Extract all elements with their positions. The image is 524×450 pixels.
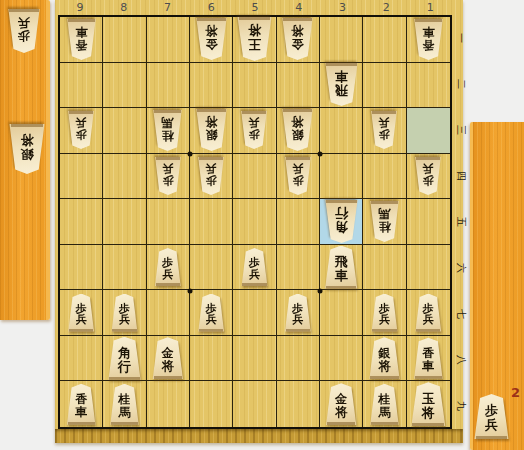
piece-gP[interactable]: 歩兵	[414, 157, 442, 195]
piece-sP[interactable]: 歩兵	[197, 294, 225, 332]
rank-label-cell: 五	[453, 199, 468, 245]
square-53[interactable]: 歩兵	[233, 108, 276, 154]
square-47[interactable]: 歩兵	[277, 290, 320, 336]
square-21[interactable]	[363, 17, 406, 63]
rank-label-cell: 二	[453, 61, 468, 107]
square-11[interactable]: 香車	[407, 17, 450, 63]
rank-label-cell: 六	[453, 245, 468, 291]
square-34[interactable]	[320, 154, 363, 200]
file-label: 5	[233, 0, 277, 15]
file-label: 4	[277, 0, 321, 15]
piece-kanji: 車	[75, 406, 87, 419]
square-18[interactable]: 香車	[407, 336, 450, 382]
piece-kanji: 車	[422, 25, 434, 38]
square-28[interactable]: 銀将	[363, 336, 406, 382]
piece-kanji: 兵	[379, 117, 390, 129]
square-56[interactable]: 歩兵	[233, 245, 276, 291]
piece-gS[interactable]: 銀将	[281, 109, 314, 151]
piece-gN[interactable]: 桂馬	[152, 110, 183, 151]
square-91[interactable]: 香車	[60, 17, 103, 63]
piece-gP[interactable]: 歩兵	[7, 9, 41, 53]
piece-gP[interactable]: 歩兵	[67, 111, 95, 149]
square-71[interactable]	[147, 17, 190, 63]
board-bottom-edge	[55, 429, 463, 443]
square-59[interactable]	[233, 381, 276, 427]
piece-kanji: 歩	[162, 174, 173, 186]
captured-count: 2	[511, 386, 520, 399]
piece-kanji: 角	[118, 346, 131, 360]
square-76[interactable]: 歩兵	[147, 245, 190, 291]
piece-kanji: 将	[205, 25, 217, 38]
piece-kanji: 兵	[76, 314, 87, 326]
piece-sN[interactable]: 桂馬	[369, 384, 400, 425]
square-65[interactable]	[190, 199, 233, 245]
piece-kanji: 兵	[292, 314, 303, 326]
piece-kanji: 将	[205, 116, 217, 129]
piece-gP[interactable]: 歩兵	[154, 157, 182, 195]
piece-kanji: 兵	[423, 163, 434, 175]
square-45[interactable]	[277, 199, 320, 245]
piece-kanji: 将	[335, 406, 347, 419]
piece-kanji: 将	[378, 360, 390, 373]
square-27[interactable]: 歩兵	[363, 290, 406, 336]
square-22[interactable]	[363, 63, 406, 109]
rank-label: 五	[454, 217, 468, 227]
piece-kanji: 車	[75, 25, 87, 38]
piece-kanji: 馬	[118, 406, 130, 419]
square-97[interactable]: 歩兵	[60, 290, 103, 336]
piece-kanji: 歩	[379, 129, 390, 141]
square-57[interactable]	[233, 290, 276, 336]
piece-kanji: 銀	[205, 129, 217, 142]
piece-kanji: 将	[292, 25, 304, 38]
square-72[interactable]	[147, 63, 190, 109]
square-68[interactable]	[190, 336, 233, 382]
piece-kanji: 将	[162, 360, 174, 373]
piece-gR[interactable]: 飛車	[324, 63, 359, 106]
file-label: 7	[146, 0, 190, 15]
rank-label-cell: 七	[453, 291, 468, 337]
piece-kanji: 歩	[485, 404, 498, 418]
square-94[interactable]	[60, 154, 103, 200]
square-96[interactable]	[60, 245, 103, 291]
square-55[interactable]	[233, 199, 276, 245]
rank-label: 一	[454, 33, 468, 43]
board-grid: 香車金将王将金将香車飛車歩兵桂馬銀将歩兵銀将歩兵歩兵歩兵歩兵歩兵角行桂馬歩兵歩兵…	[58, 15, 452, 429]
piece-sG[interactable]: 金将	[325, 383, 358, 425]
square-79[interactable]	[147, 381, 190, 427]
square-33[interactable]	[320, 108, 363, 154]
piece-kanji: 兵	[76, 117, 87, 129]
square-46[interactable]	[277, 245, 320, 291]
piece-gG[interactable]: 金将	[281, 18, 314, 60]
square-39[interactable]: 金将	[320, 381, 363, 427]
piece-kanji: 馬	[378, 207, 390, 220]
square-14[interactable]: 歩兵	[407, 154, 450, 200]
captured-piece-slot: 銀将	[8, 124, 46, 174]
piece-sL[interactable]: 香車	[66, 384, 97, 425]
piece-gP[interactable]: 歩兵	[370, 111, 398, 149]
piece-kanji: 兵	[249, 117, 260, 129]
piece-kanji: 桂	[378, 393, 390, 406]
piece-kanji: 角	[335, 220, 348, 234]
star-point	[318, 152, 323, 157]
piece-kanji: 歩	[162, 257, 173, 269]
square-73[interactable]: 桂馬	[147, 108, 190, 154]
square-19[interactable]: 玉将	[407, 381, 450, 427]
piece-gL[interactable]: 香車	[66, 19, 97, 60]
square-62[interactable]	[190, 63, 233, 109]
square-88[interactable]: 角行	[103, 336, 146, 382]
square-84[interactable]	[103, 154, 146, 200]
piece-kanji: 歩	[249, 257, 260, 269]
piece-sB[interactable]: 角行	[107, 337, 142, 380]
square-43[interactable]: 銀将	[277, 108, 320, 154]
piece-kanji: 兵	[206, 163, 217, 175]
square-69[interactable]	[190, 381, 233, 427]
file-label: 9	[58, 0, 102, 15]
piece-kanji: 車	[335, 269, 348, 283]
piece-sP[interactable]: 歩兵	[154, 248, 182, 286]
rank-label: 二	[454, 79, 468, 89]
piece-kanji: 飛	[335, 83, 348, 97]
square-98[interactable]	[60, 336, 103, 382]
rank-label-cell: 四	[453, 153, 468, 199]
piece-kanji: 兵	[423, 314, 434, 326]
square-31[interactable]	[320, 17, 363, 63]
piece-gN[interactable]: 桂馬	[369, 201, 400, 242]
square-32[interactable]: 飛車	[320, 63, 363, 109]
square-66[interactable]	[190, 245, 233, 291]
square-78[interactable]: 金将	[147, 336, 190, 382]
piece-gB[interactable]: 角行	[324, 200, 359, 243]
rank-label-cell: 九	[453, 383, 468, 429]
square-95[interactable]	[60, 199, 103, 245]
piece-gS[interactable]: 銀将	[8, 124, 46, 174]
square-13[interactable]	[407, 108, 450, 154]
square-99[interactable]: 香車	[60, 381, 103, 427]
file-label: 2	[364, 0, 408, 15]
square-42[interactable]	[277, 63, 320, 109]
square-36[interactable]: 飛車	[320, 245, 363, 291]
piece-kanji: 香	[422, 38, 434, 51]
piece-kanji: 将	[292, 116, 304, 129]
piece-sP[interactable]: 歩兵	[414, 294, 442, 332]
piece-sK[interactable]: 玉将	[410, 382, 447, 426]
piece-kanji: 銀	[378, 347, 390, 360]
rank-label: 四	[454, 171, 468, 181]
square-38[interactable]	[320, 336, 363, 382]
piece-gP[interactable]: 歩兵	[284, 157, 312, 195]
square-63[interactable]: 銀将	[190, 108, 233, 154]
piece-kanji: 桂	[162, 129, 174, 142]
piece-gK[interactable]: 王将	[236, 17, 273, 61]
piece-kanji: 金	[205, 38, 217, 51]
square-12[interactable]	[407, 63, 450, 109]
square-61[interactable]: 金将	[190, 17, 233, 63]
piece-kanji: 兵	[249, 269, 260, 281]
star-point	[188, 152, 193, 157]
piece-kanji: 歩	[76, 129, 87, 141]
square-37[interactable]	[320, 290, 363, 336]
square-41[interactable]: 金将	[277, 17, 320, 63]
piece-kanji: 兵	[18, 17, 30, 30]
piece-kanji: 歩	[423, 174, 434, 186]
piece-gG[interactable]: 金将	[195, 18, 228, 60]
square-54[interactable]	[233, 154, 276, 200]
rank-label: 七	[454, 309, 468, 319]
square-77[interactable]	[147, 290, 190, 336]
rank-label: 八	[454, 355, 468, 365]
rank-label-cell: 一	[453, 15, 468, 61]
piece-kanji: 兵	[206, 314, 217, 326]
rank-labels: 一二三四五六七八九	[453, 15, 468, 429]
square-52[interactable]	[233, 63, 276, 109]
piece-kanji: 金	[335, 393, 347, 406]
square-15[interactable]	[407, 199, 450, 245]
piece-sP[interactable]: 歩兵	[67, 294, 95, 332]
piece-kanji: 兵	[292, 163, 303, 175]
piece-sP[interactable]: 歩兵	[370, 294, 398, 332]
piece-kanji: 王	[248, 38, 261, 52]
piece-kanji: 歩	[249, 129, 260, 141]
square-17[interactable]: 歩兵	[407, 290, 450, 336]
square-93[interactable]: 歩兵	[60, 108, 103, 154]
square-74[interactable]: 歩兵	[147, 154, 190, 200]
square-25[interactable]: 桂馬	[363, 199, 406, 245]
piece-sS[interactable]: 銀将	[368, 337, 401, 379]
sente-captured-stand: 歩兵2	[470, 122, 524, 450]
square-81[interactable]	[103, 17, 146, 63]
piece-kanji: 兵	[379, 314, 390, 326]
piece-kanji: 兵	[162, 163, 173, 175]
square-51[interactable]: 王将	[233, 17, 276, 63]
square-23[interactable]: 歩兵	[363, 108, 406, 154]
piece-kanji: 玉	[422, 392, 435, 406]
file-label: 1	[408, 0, 452, 15]
piece-kanji: 歩	[18, 30, 30, 43]
piece-gP[interactable]: 歩兵	[240, 111, 268, 149]
piece-kanji: 兵	[162, 269, 173, 281]
piece-sP[interactable]: 歩兵	[240, 248, 268, 286]
piece-kanji: 香	[75, 393, 87, 406]
piece-kanji: 車	[422, 360, 434, 373]
star-point	[318, 289, 323, 294]
file-label: 6	[189, 0, 233, 15]
piece-sP[interactable]: 歩兵	[284, 294, 312, 332]
piece-kanji: 将	[422, 406, 435, 420]
piece-kanji: 将	[21, 134, 34, 148]
piece-gS[interactable]: 銀将	[195, 109, 228, 151]
piece-kanji: 行	[335, 206, 348, 220]
piece-sG[interactable]: 金将	[151, 337, 184, 379]
piece-kanji: 馬	[378, 406, 390, 419]
square-87[interactable]: 歩兵	[103, 290, 146, 336]
square-83[interactable]	[103, 108, 146, 154]
square-26[interactable]	[363, 245, 406, 291]
piece-kanji: 歩	[292, 174, 303, 186]
piece-gL[interactable]: 香車	[413, 19, 444, 60]
square-29[interactable]: 桂馬	[363, 381, 406, 427]
square-85[interactable]	[103, 199, 146, 245]
piece-kanji: 兵	[119, 314, 130, 326]
square-89[interactable]: 桂馬	[103, 381, 146, 427]
file-label: 3	[321, 0, 365, 15]
rank-label-cell: 八	[453, 337, 468, 383]
piece-kanji: 香	[75, 38, 87, 51]
star-point	[188, 289, 193, 294]
piece-kanji: 行	[118, 360, 131, 374]
square-82[interactable]	[103, 63, 146, 109]
square-67[interactable]: 歩兵	[190, 290, 233, 336]
square-86[interactable]	[103, 245, 146, 291]
shogi-app: 歩兵銀将 987654321 香車金将王将金将香車飛車歩兵桂馬銀将歩兵銀将歩兵歩…	[0, 0, 524, 450]
rank-label: 三	[454, 125, 468, 135]
piece-kanji: 将	[248, 24, 261, 38]
square-64[interactable]: 歩兵	[190, 154, 233, 200]
piece-kanji: 飛	[335, 255, 348, 269]
piece-sN[interactable]: 桂馬	[109, 384, 140, 425]
file-label: 8	[102, 0, 146, 15]
piece-kanji: 香	[422, 347, 434, 360]
captured-piece-slot: 歩兵	[7, 9, 41, 53]
piece-sR[interactable]: 飛車	[324, 246, 359, 289]
square-58[interactable]	[233, 336, 276, 382]
rank-label: 九	[454, 401, 468, 411]
piece-kanji: 金	[162, 347, 174, 360]
piece-kanji: 兵	[485, 418, 498, 432]
piece-kanji: 馬	[162, 116, 174, 129]
piece-kanji: 車	[335, 70, 348, 84]
square-75[interactable]	[147, 199, 190, 245]
piece-kanji: 銀	[292, 129, 304, 142]
piece-kanji: 桂	[118, 393, 130, 406]
piece-gP[interactable]: 歩兵	[197, 157, 225, 195]
square-16[interactable]	[407, 245, 450, 291]
piece-kanji: 歩	[206, 174, 217, 186]
square-48[interactable]	[277, 336, 320, 382]
piece-sP[interactable]: 歩兵	[473, 394, 510, 439]
rank-label: 六	[454, 263, 468, 273]
piece-sL[interactable]: 香車	[413, 338, 444, 379]
piece-kanji: 金	[292, 38, 304, 51]
shogi-board: 987654321 香車金将王将金将香車飛車歩兵桂馬銀将歩兵銀将歩兵歩兵歩兵歩兵…	[55, 0, 463, 443]
piece-kanji: 桂	[378, 220, 390, 233]
captured-piece-slot: 歩兵2	[473, 394, 510, 439]
rank-label-cell: 三	[453, 107, 468, 153]
square-35[interactable]: 角行	[320, 199, 363, 245]
gote-captured-stand: 歩兵銀将	[0, 0, 50, 320]
square-24[interactable]	[363, 154, 406, 200]
piece-sP[interactable]: 歩兵	[110, 294, 138, 332]
square-92[interactable]	[60, 63, 103, 109]
file-labels: 987654321	[58, 0, 452, 15]
piece-kanji: 銀	[21, 148, 34, 162]
square-44[interactable]: 歩兵	[277, 154, 320, 200]
square-49[interactable]	[277, 381, 320, 427]
